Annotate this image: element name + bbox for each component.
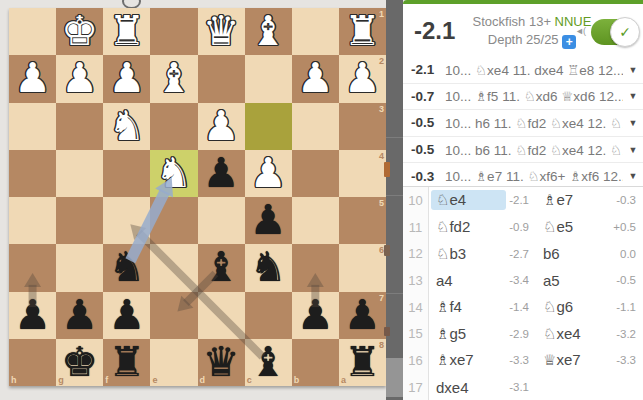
- square-h1[interactable]: [9, 8, 56, 55]
- engine-depth: Depth 25/25: [488, 32, 559, 47]
- square-c6[interactable]: ♞: [245, 244, 292, 291]
- move-number: 17: [403, 374, 429, 400]
- square-f4[interactable]: [103, 150, 150, 197]
- white-bishop-e2: ♝: [150, 55, 197, 102]
- pv-moves: 10... b6 11. ♘fd2 ♘xe4 12. ♘...: [445, 142, 623, 158]
- add-depth-button[interactable]: +: [562, 35, 576, 49]
- square-d1[interactable]: ♛: [198, 8, 245, 55]
- square-e5[interactable]: [150, 197, 197, 244]
- rank-label-3: 3: [379, 104, 384, 114]
- move-eval: -3.2: [616, 328, 643, 340]
- inaccuracy-marker: [384, 327, 390, 336]
- scrollbar-thumb[interactable]: [386, 358, 403, 397]
- white-move-15[interactable]: ♗g5-2.9: [429, 320, 536, 347]
- rank-label-4: 4: [379, 151, 384, 161]
- move-eval: +0.5: [613, 221, 643, 233]
- black-pawn-f7: ♟: [103, 292, 150, 339]
- move-row-17: 17dxe4-3.1: [403, 374, 643, 400]
- square-g5[interactable]: [56, 197, 103, 244]
- white-move-14[interactable]: ♗f4-1.4: [429, 294, 536, 321]
- move-eval: -0.5: [616, 274, 643, 286]
- black-pawn-h7: ♟: [9, 292, 56, 339]
- move-number: 15: [403, 320, 429, 347]
- black-rook-a8: ♜: [339, 339, 386, 386]
- black-pawn-a7: ♟: [339, 292, 386, 339]
- white-move-10[interactable]: ♘e4-2.1: [429, 187, 536, 214]
- move-row-11: 11♘fd2-0.9♘e5+0.5: [403, 214, 643, 241]
- pv-moves: 10... ♗f5 11. ♘xd6 ♕xd6 12....: [445, 88, 623, 104]
- black-king-g8: ♚: [56, 339, 103, 386]
- pv-list: -2.110... ♘xe4 11. dxe4 ♖e8 12....▼-0.71…: [403, 57, 643, 190]
- file-label-d: d: [200, 375, 206, 385]
- file-label-h: h: [11, 375, 17, 385]
- move-san[interactable]: ♕xe7: [536, 351, 616, 369]
- square-c5[interactable]: ♟: [245, 197, 292, 244]
- move-san[interactable]: ♗xe7: [429, 351, 509, 369]
- engine-header: -2.1 Stockfish 13+ NNUE Depth 25/25 + ◄(…: [403, 4, 643, 58]
- move-eval: -1.1: [616, 301, 643, 313]
- move-eval: -2.7: [509, 248, 536, 260]
- rank-label-8: 8: [379, 340, 384, 350]
- black-move-11[interactable]: ♘e5+0.5: [536, 214, 643, 241]
- square-b4[interactable]: [292, 150, 339, 197]
- pv-eval: -0.7: [403, 89, 445, 104]
- square-f8[interactable]: ♜f: [103, 339, 150, 386]
- square-h7[interactable]: ♟: [9, 292, 56, 339]
- move-eval: -2.1: [509, 194, 536, 206]
- move-san[interactable]: ♘g6: [536, 298, 616, 316]
- pv-eval: -0.5: [403, 115, 445, 130]
- scrollbar-divider: [386, 195, 403, 196]
- move-san[interactable]: a5: [536, 272, 616, 289]
- square-c8[interactable]: ♝c: [245, 339, 292, 386]
- square-h8[interactable]: h: [9, 339, 56, 386]
- move-eval: -3.4: [509, 274, 536, 286]
- move-row-14: 14♗f4-1.4♘g6-1.1: [403, 294, 643, 321]
- square-a6[interactable]: 6: [339, 244, 386, 291]
- white-pawn-a2: ♟: [339, 55, 386, 102]
- pv-line-3[interactable]: -0.510... h6 11. ♘fd2 ♘xe4 12. ♘...▼: [403, 110, 643, 137]
- black-bishop-c8: ♝: [245, 339, 292, 386]
- engine-panel: -2.1 Stockfish 13+ NNUE Depth 25/25 + ◄(…: [403, 0, 643, 400]
- square-e8[interactable]: e: [150, 339, 197, 386]
- square-d2[interactable]: [198, 55, 245, 102]
- square-e6[interactable]: [150, 244, 197, 291]
- move-number: 12: [403, 240, 429, 267]
- square-a4[interactable]: 4: [339, 150, 386, 197]
- pv-line-4[interactable]: -0.510... b6 11. ♘fd2 ♘xe4 12. ♘...▼: [403, 137, 643, 164]
- pv-moves: 10... ♘xe4 11. dxe4 ♖e8 12....: [445, 62, 623, 78]
- square-f7[interactable]: ♟: [103, 292, 150, 339]
- square-f6[interactable]: ♞: [103, 244, 150, 291]
- sound-icon: ◄(: [575, 26, 585, 36]
- scrollbar-divider: [386, 137, 403, 138]
- white-knight-f3: ♞: [103, 103, 150, 150]
- square-b2[interactable]: ♟: [292, 55, 339, 102]
- black-pawn-g7: ♟: [56, 292, 103, 339]
- pv-moves: 10... ♗e7 11. ♘xf6+ ♗xf6 12....: [445, 168, 623, 184]
- scrollbar-divider: [386, 293, 403, 294]
- black-knight-c6: ♞: [245, 244, 292, 291]
- move-number: 14: [403, 294, 429, 321]
- pv-eval: -0.5: [403, 142, 445, 157]
- white-king-g1: ♚: [56, 8, 103, 55]
- square-b8[interactable]: b: [292, 339, 339, 386]
- analysis-screen: ♚♜♛♝♜1♟♟♟♝♟♟2♞♟3♞♟♟4♟5♞♝♞6♟♟♟♟♟7h♚g♜fe♛d…: [0, 0, 643, 400]
- pv-eval: -2.1: [403, 62, 445, 77]
- black-knight-f6: ♞: [103, 244, 150, 291]
- move-san[interactable]: ♗f4: [429, 298, 509, 316]
- move-eval: -0.3: [616, 194, 643, 206]
- square-f3[interactable]: ♞: [103, 103, 150, 150]
- pv-moves: 10... h6 11. ♘fd2 ♘xe4 12. ♘...: [445, 115, 623, 131]
- square-a7[interactable]: ♟7: [339, 292, 386, 339]
- white-rook-a1: ♜: [339, 8, 386, 55]
- white-pawn-g2: ♟: [56, 55, 103, 102]
- square-a3[interactable]: 3: [339, 103, 386, 150]
- rank-label-2: 2: [379, 56, 384, 66]
- square-h5[interactable]: [9, 197, 56, 244]
- inaccuracy-marker: [384, 245, 390, 256]
- square-b7[interactable]: ♟: [292, 292, 339, 339]
- move-eval: -3.1: [509, 381, 536, 393]
- square-b5[interactable]: [292, 197, 339, 244]
- move-san[interactable]: a4: [429, 272, 509, 289]
- black-rook-f8: ♜: [103, 339, 150, 386]
- square-g8[interactable]: ♚g: [56, 339, 103, 386]
- move-number: 13: [403, 267, 429, 294]
- square-g2[interactable]: ♟: [56, 55, 103, 102]
- move-san[interactable]: ♘e5: [536, 218, 613, 236]
- square-h4[interactable]: [9, 150, 56, 197]
- square-c4[interactable]: ♟: [245, 150, 292, 197]
- black-bishop-d6: ♝: [198, 244, 245, 291]
- white-pawn-d3: ♟: [198, 103, 245, 150]
- square-a1[interactable]: ♜1: [339, 8, 386, 55]
- toggle-knob-check-icon[interactable]: ✓: [610, 17, 640, 47]
- file-label-e: e: [152, 375, 157, 385]
- square-e1[interactable]: [150, 8, 197, 55]
- rank-label-5: 5: [379, 198, 384, 208]
- move-eval: -1.4: [509, 301, 536, 313]
- move-san[interactable]: ♗g5: [429, 325, 509, 343]
- square-c3[interactable]: [245, 103, 292, 150]
- white-pawn-f2: ♟: [103, 55, 150, 102]
- move-row-12: 12♘b3-2.7b60.0: [403, 240, 643, 267]
- move-san[interactable]: dxe4: [429, 379, 509, 396]
- square-g7[interactable]: ♟: [56, 292, 103, 339]
- pv-expand-caret-icon[interactable]: ▼: [623, 145, 643, 155]
- white-move-17[interactable]: dxe4-3.1: [429, 374, 536, 400]
- black-move-16[interactable]: ♕xe7-3.3: [536, 347, 643, 374]
- black-move-14[interactable]: ♘g6-1.1: [536, 294, 643, 321]
- square-c2[interactable]: [245, 55, 292, 102]
- square-g4[interactable]: [56, 150, 103, 197]
- file-label-a: a: [341, 375, 346, 385]
- file-label-g: g: [58, 375, 64, 385]
- black-queen-d8: ♛: [198, 339, 245, 386]
- move-san[interactable]: ♗e7: [536, 191, 616, 209]
- pv-line-1[interactable]: -2.110... ♘xe4 11. dxe4 ♖e8 12....▼: [403, 57, 643, 84]
- white-knight-e4: ♞: [150, 150, 197, 197]
- square-d7[interactable]: [198, 292, 245, 339]
- square-d4[interactable]: ♟: [198, 150, 245, 197]
- move-list-table: 10♘e4-2.1♗e7-0.311♘fd2-0.9♘e5+0.512♘b3-2…: [403, 186, 643, 400]
- square-h2[interactable]: ♟: [9, 55, 56, 102]
- square-b3[interactable]: [292, 103, 339, 150]
- pv-expand-caret-icon[interactable]: ▼: [623, 65, 643, 75]
- square-a8[interactable]: ♜8a: [339, 339, 386, 386]
- pv-expand-caret-icon[interactable]: ▼: [623, 118, 643, 128]
- move-number: 11: [403, 214, 429, 241]
- engine-info: Stockfish 13+ NNUE Depth 25/25 +: [472, 13, 592, 49]
- engine-name: Stockfish 13+: [473, 14, 551, 29]
- move-row-15: 15♗g5-2.9♘xe4-3.2: [403, 320, 643, 347]
- move-san[interactable]: b6: [536, 245, 620, 262]
- square-g6[interactable]: [56, 244, 103, 291]
- black-pawn-b7: ♟: [292, 292, 339, 339]
- pv-expand-caret-icon[interactable]: ▼: [623, 171, 643, 181]
- inaccuracy-marker: [384, 162, 390, 177]
- square-a5[interactable]: 5: [339, 197, 386, 244]
- rank-label-1: 1: [379, 9, 384, 19]
- square-e3[interactable]: [150, 103, 197, 150]
- square-e7[interactable]: [150, 292, 197, 339]
- white-bishop-c1: ♝: [245, 8, 292, 55]
- move-san[interactable]: ♘xe4: [536, 325, 616, 343]
- file-label-f: f: [105, 375, 108, 385]
- square-a2[interactable]: ♟2: [339, 55, 386, 102]
- move-number: 10: [403, 187, 429, 214]
- nnue-badge: NNUE: [555, 14, 592, 29]
- file-label-c: c: [247, 375, 252, 385]
- square-e4[interactable]: ♞: [150, 150, 197, 197]
- square-h6[interactable]: [9, 244, 56, 291]
- white-rook-f1: ♜: [103, 8, 150, 55]
- chess-board[interactable]: ♚♜♛♝♜1♟♟♟♝♟♟2♞♟3♞♟♟4♟5♞♝♞6♟♟♟♟♟7h♚g♜fe♛d…: [9, 8, 386, 386]
- square-f5[interactable]: [103, 197, 150, 244]
- pv-expand-caret-icon[interactable]: ▼: [623, 91, 643, 101]
- move-san[interactable]: ♘e4: [431, 190, 506, 210]
- move-san[interactable]: ♘fd2: [429, 218, 509, 236]
- white-move-12[interactable]: ♘b3-2.7: [429, 240, 536, 267]
- move-eval: -2.9: [509, 328, 536, 340]
- move-row-10: 10♘e4-2.1♗e7-0.3: [403, 187, 643, 214]
- square-f1[interactable]: ♜: [103, 8, 150, 55]
- white-move-13[interactable]: a4-3.4: [429, 267, 536, 294]
- black-pawn-d4: ♟: [198, 150, 245, 197]
- white-pawn-b2: ♟: [292, 55, 339, 102]
- square-d8[interactable]: ♛d: [198, 339, 245, 386]
- square-d6[interactable]: ♝: [198, 244, 245, 291]
- black-move-17[interactable]: [536, 374, 643, 400]
- move-number: 16: [403, 347, 429, 374]
- square-h3[interactable]: [9, 103, 56, 150]
- square-b6[interactable]: [292, 244, 339, 291]
- black-move-15[interactable]: ♘xe4-3.2: [536, 320, 643, 347]
- evaluation-value: -2.1: [414, 17, 455, 45]
- move-row-16: 16♗xe7-3.3♕xe7-3.3: [403, 347, 643, 374]
- black-pawn-c5: ♟: [245, 197, 292, 244]
- pv-line-2[interactable]: -0.710... ♗f5 11. ♘xd6 ♕xd6 12....▼: [403, 84, 643, 111]
- black-move-10[interactable]: ♗e7-0.3: [536, 187, 643, 214]
- square-e2[interactable]: ♝: [150, 55, 197, 102]
- white-pawn-c4: ♟: [245, 150, 292, 197]
- black-move-13[interactable]: a5-0.5: [536, 267, 643, 294]
- move-san[interactable]: ♘b3: [429, 245, 509, 263]
- rank-label-7: 7: [379, 293, 384, 303]
- square-c1[interactable]: ♝: [245, 8, 292, 55]
- square-d5[interactable]: [198, 197, 245, 244]
- square-d3[interactable]: ♟: [198, 103, 245, 150]
- move-eval: -0.9: [509, 221, 536, 233]
- move-eval: 0.0: [620, 248, 643, 260]
- move-row-13: 13a4-3.4a5-0.5: [403, 267, 643, 294]
- file-label-b: b: [294, 375, 300, 385]
- move-eval: -3.3: [509, 354, 536, 366]
- square-c7[interactable]: [245, 292, 292, 339]
- engine-toggle-switch[interactable]: ✓: [591, 19, 638, 45]
- white-move-16[interactable]: ♗xe7-3.3: [429, 347, 536, 374]
- square-b1[interactable]: [292, 8, 339, 55]
- black-move-12[interactable]: b60.0: [536, 240, 643, 267]
- pv-eval: -0.3: [403, 169, 445, 184]
- move-eval: -3.3: [616, 354, 643, 366]
- square-f2[interactable]: ♟: [103, 55, 150, 102]
- square-g1[interactable]: ♚: [56, 8, 103, 55]
- white-queen-d1: ♛: [198, 8, 245, 55]
- white-pawn-h2: ♟: [9, 55, 56, 102]
- square-g3[interactable]: [56, 103, 103, 150]
- white-move-11[interactable]: ♘fd2-0.9: [429, 214, 536, 241]
- review-scrollbar[interactable]: [386, 0, 403, 400]
